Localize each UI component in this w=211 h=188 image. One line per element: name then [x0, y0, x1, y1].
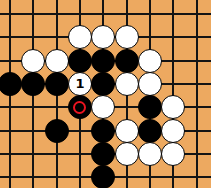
- stone-black: [138, 95, 162, 119]
- stone-white: [138, 49, 162, 73]
- stone-white: [115, 119, 139, 143]
- grid-line: [0, 13, 211, 15]
- stone-black: [115, 49, 139, 73]
- stone-black: [91, 119, 115, 143]
- stone-white: [138, 72, 162, 96]
- stone-white: [21, 49, 45, 73]
- stone-black: [68, 95, 92, 119]
- stone-white: [161, 119, 185, 143]
- stone-black: [138, 119, 162, 143]
- stone-white: [115, 142, 139, 166]
- stone-white: [68, 25, 92, 49]
- stone-white: [91, 25, 115, 49]
- stone-white: [115, 72, 139, 96]
- stone-black: [68, 49, 92, 73]
- stone-white: [45, 49, 69, 73]
- circle-marker-icon: [73, 101, 86, 114]
- stone-white: [161, 142, 185, 166]
- stone-black: [45, 72, 69, 96]
- stone-black: [45, 119, 69, 143]
- move-number-label: 1: [75, 77, 84, 90]
- stone-black: [21, 72, 45, 96]
- stone-white: [161, 95, 185, 119]
- go-board: 1: [0, 0, 211, 188]
- stone-black: [91, 72, 115, 96]
- stone-black: [91, 49, 115, 73]
- stone-white: [115, 25, 139, 49]
- grid-line: [196, 0, 198, 188]
- stone-white: [91, 95, 115, 119]
- stone-white: 1: [68, 72, 92, 96]
- stone-black: [91, 165, 115, 188]
- stone-black: [91, 142, 115, 166]
- stone-black: [0, 72, 22, 96]
- stone-white: [138, 142, 162, 166]
